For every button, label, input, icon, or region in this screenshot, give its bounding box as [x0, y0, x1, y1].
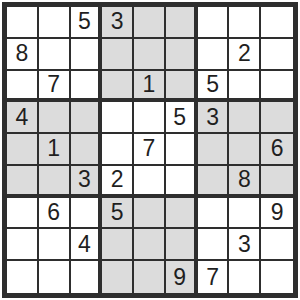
- cell-r6c2[interactable]: [39, 166, 71, 198]
- cell-r9c3[interactable]: [71, 261, 103, 293]
- cell-r8c4[interactable]: [102, 229, 134, 261]
- cell-r8c5[interactable]: [134, 229, 166, 261]
- cell-r2c6[interactable]: [166, 39, 198, 71]
- cell-r4c5[interactable]: [134, 102, 166, 134]
- page: 53827154531763286594397: [0, 2, 300, 300]
- cell-r2c5[interactable]: [134, 39, 166, 71]
- cell-r3c4[interactable]: [102, 71, 134, 103]
- cell-r3c9[interactable]: [261, 71, 293, 103]
- cell-r5c1[interactable]: [7, 134, 39, 166]
- cell-r2c7[interactable]: [198, 39, 230, 71]
- cell-r1c7[interactable]: [198, 7, 230, 39]
- cell-r3c8[interactable]: [229, 71, 261, 103]
- cell-r5c5[interactable]: 7: [134, 134, 166, 166]
- sudoku-board: 53827154531763286594397: [2, 2, 298, 298]
- cell-r4c7[interactable]: 3: [198, 102, 230, 134]
- cell-r1c5[interactable]: [134, 7, 166, 39]
- cell-r2c4[interactable]: [102, 39, 134, 71]
- cell-r9c7[interactable]: 7: [198, 261, 230, 293]
- cell-r1c6[interactable]: [166, 7, 198, 39]
- cell-r1c2[interactable]: [39, 7, 71, 39]
- cell-r2c9[interactable]: [261, 39, 293, 71]
- cell-r4c9[interactable]: [261, 102, 293, 134]
- cell-r5c4[interactable]: [102, 134, 134, 166]
- cell-r6c8[interactable]: 8: [229, 166, 261, 198]
- cell-r2c1[interactable]: 8: [7, 39, 39, 71]
- cell-r5c6[interactable]: [166, 134, 198, 166]
- cell-r3c1[interactable]: [7, 71, 39, 103]
- cell-r8c1[interactable]: [7, 229, 39, 261]
- cell-r4c3[interactable]: [71, 102, 103, 134]
- cell-r3c3[interactable]: [71, 71, 103, 103]
- cell-r7c3[interactable]: [71, 198, 103, 230]
- cell-r9c1[interactable]: [7, 261, 39, 293]
- cell-r5c8[interactable]: [229, 134, 261, 166]
- cell-r1c4[interactable]: 3: [102, 7, 134, 39]
- cell-r3c2[interactable]: 7: [39, 71, 71, 103]
- cell-r8c3[interactable]: 4: [71, 229, 103, 261]
- cell-r8c7[interactable]: [198, 229, 230, 261]
- cell-r6c6[interactable]: [166, 166, 198, 198]
- cell-r8c9[interactable]: [261, 229, 293, 261]
- cell-r3c5[interactable]: 1: [134, 71, 166, 103]
- cell-r5c3[interactable]: [71, 134, 103, 166]
- cell-r8c2[interactable]: [39, 229, 71, 261]
- cell-r1c1[interactable]: [7, 7, 39, 39]
- cell-r8c6[interactable]: [166, 229, 198, 261]
- cell-r4c8[interactable]: [229, 102, 261, 134]
- cell-r2c2[interactable]: [39, 39, 71, 71]
- cell-r7c1[interactable]: [7, 198, 39, 230]
- cell-r9c5[interactable]: [134, 261, 166, 293]
- cell-r1c9[interactable]: [261, 7, 293, 39]
- cell-r5c7[interactable]: [198, 134, 230, 166]
- cell-r6c7[interactable]: [198, 166, 230, 198]
- cell-r5c9[interactable]: 6: [261, 134, 293, 166]
- cell-r7c5[interactable]: [134, 198, 166, 230]
- cell-r9c6[interactable]: 9: [166, 261, 198, 293]
- cell-r3c6[interactable]: [166, 71, 198, 103]
- cell-r7c6[interactable]: [166, 198, 198, 230]
- cell-r3c7[interactable]: 5: [198, 71, 230, 103]
- cell-r1c3[interactable]: 5: [71, 7, 103, 39]
- cell-r8c8[interactable]: 3: [229, 229, 261, 261]
- cell-r6c3[interactable]: 3: [71, 166, 103, 198]
- cell-r9c2[interactable]: [39, 261, 71, 293]
- cell-r4c6[interactable]: 5: [166, 102, 198, 134]
- cell-r7c2[interactable]: 6: [39, 198, 71, 230]
- cell-r7c4[interactable]: 5: [102, 198, 134, 230]
- cell-r4c1[interactable]: 4: [7, 102, 39, 134]
- cell-r6c4[interactable]: 2: [102, 166, 134, 198]
- cell-r9c4[interactable]: [102, 261, 134, 293]
- cell-r4c4[interactable]: [102, 102, 134, 134]
- cell-r6c9[interactable]: [261, 166, 293, 198]
- cell-r2c3[interactable]: [71, 39, 103, 71]
- cell-r2c8[interactable]: 2: [229, 39, 261, 71]
- cell-r7c9[interactable]: 9: [261, 198, 293, 230]
- cell-r5c2[interactable]: 1: [39, 134, 71, 166]
- cell-r6c1[interactable]: [7, 166, 39, 198]
- cell-r9c8[interactable]: [229, 261, 261, 293]
- cell-r7c7[interactable]: [198, 198, 230, 230]
- cell-r6c5[interactable]: [134, 166, 166, 198]
- cell-r4c2[interactable]: [39, 102, 71, 134]
- cell-r9c9[interactable]: [261, 261, 293, 293]
- cell-r7c8[interactable]: [229, 198, 261, 230]
- cell-r1c8[interactable]: [229, 7, 261, 39]
